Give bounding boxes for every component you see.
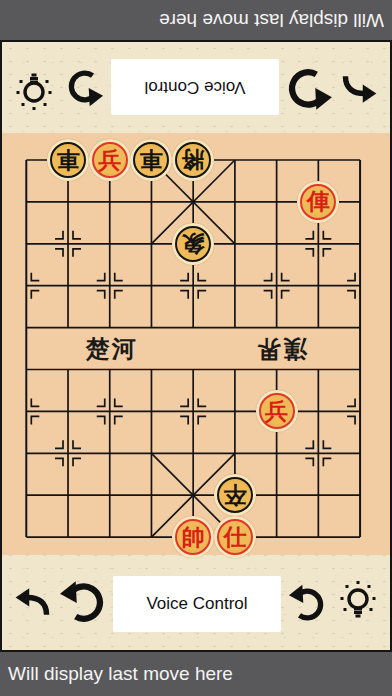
undo-rotate-button[interactable]	[62, 65, 106, 110]
undo-move-button[interactable]	[12, 583, 52, 624]
piece-black-elephant[interactable]: 象	[172, 223, 214, 265]
rotate-arrow-icon	[58, 578, 108, 629]
restart-button[interactable]	[58, 578, 108, 629]
xiangqi-board[interactable]: 楚河 漢界 車兵車將俥象兵卒帥仕	[2, 133, 390, 555]
controls-row-top: Voice Control	[2, 42, 390, 133]
piece-red-general[interactable]: 帥	[172, 516, 214, 558]
last-move-text: Will display last move here	[0, 652, 392, 696]
last-move-text-top: Will display last move here	[0, 0, 392, 40]
rotate-arrow-icon	[285, 62, 335, 113]
voice-control-button[interactable]: Voice Control	[113, 576, 281, 632]
piece-black-soldier[interactable]: 卒	[214, 474, 256, 516]
piece-black-chariot[interactable]: 車	[47, 139, 89, 181]
piece-red-chariot[interactable]: 俥	[297, 181, 339, 223]
controls-row-bottom: Voice Control	[2, 555, 390, 652]
status-bar-bottom: Will display last move here	[0, 652, 392, 696]
xiangqi-app: Will display last move here	[0, 0, 392, 696]
river-label-hanjie: 漢界	[255, 333, 307, 365]
voice-control-button-top[interactable]: Voice Control	[111, 60, 279, 116]
game-panel: Voice Control	[0, 40, 392, 652]
back-arrow-icon	[12, 583, 52, 624]
piece-red-advisor[interactable]: 仕	[214, 516, 256, 558]
piece-black-general[interactable]: 將	[172, 139, 214, 181]
rotate-arrow-icon	[62, 65, 106, 110]
rotate-arrow-icon	[287, 581, 331, 626]
piece-red-soldier[interactable]: 兵	[89, 139, 131, 181]
river-label-chuhe: 楚河	[86, 333, 138, 365]
undo-rotate-button[interactable]	[287, 581, 331, 626]
restart-button[interactable]	[285, 62, 335, 113]
status-bar-top: Will display last move here	[0, 0, 392, 40]
undo-move-button[interactable]	[340, 67, 380, 108]
piece-red-soldier[interactable]: 兵	[256, 390, 298, 432]
hint-button[interactable]	[12, 64, 56, 111]
lightbulb-icon	[12, 64, 56, 111]
hint-button[interactable]	[336, 580, 380, 627]
lightbulb-icon	[336, 580, 380, 627]
back-arrow-icon	[340, 67, 380, 108]
